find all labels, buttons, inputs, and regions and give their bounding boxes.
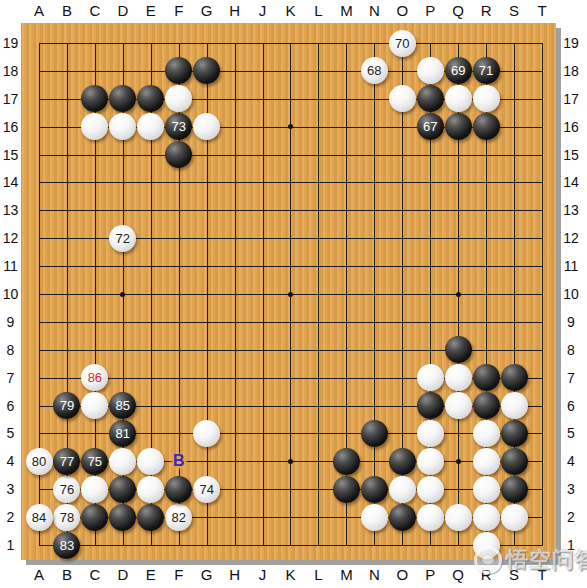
go-stone-white[interactable] <box>137 448 164 475</box>
row-label-left: 1 <box>0 536 21 554</box>
go-stone-black[interactable] <box>137 504 164 531</box>
move-number: 72 <box>116 232 130 245</box>
grid-horizontal-line <box>39 43 543 44</box>
go-stone-white[interactable] <box>361 504 388 531</box>
row-label-right: 1 <box>558 536 584 554</box>
row-label-left: 8 <box>0 341 21 359</box>
row-label-left: 5 <box>0 424 21 442</box>
column-label-top: N <box>360 2 388 20</box>
go-stone-white[interactable] <box>473 85 500 112</box>
star-point <box>288 459 293 464</box>
move-number: 84 <box>32 511 46 524</box>
row-label-right: 14 <box>558 173 584 191</box>
go-stone-white[interactable] <box>445 392 472 419</box>
row-label-left: 4 <box>0 452 21 470</box>
go-stone-black[interactable]: 67 <box>417 113 444 140</box>
star-point <box>456 292 461 297</box>
column-label-bottom: S <box>500 566 528 584</box>
go-stone-black[interactable] <box>501 476 528 503</box>
row-label-left: 3 <box>0 480 21 498</box>
move-number: 81 <box>116 427 130 440</box>
row-label-left: 11 <box>0 257 21 275</box>
grid-horizontal-line <box>39 155 543 156</box>
column-label-bottom: A <box>25 566 53 584</box>
move-number: 86 <box>88 371 102 384</box>
go-stone-white[interactable] <box>81 476 108 503</box>
star-point <box>288 292 293 297</box>
row-label-left: 10 <box>0 285 21 303</box>
row-label-left: 7 <box>0 369 21 387</box>
go-stone-white[interactable]: 68 <box>361 57 388 84</box>
go-stone-white[interactable] <box>417 420 444 447</box>
row-label-left: 2 <box>0 508 21 526</box>
grid-horizontal-line <box>39 182 543 183</box>
column-label-bottom: Q <box>444 566 472 584</box>
go-stone-white[interactable]: 76 <box>53 476 80 503</box>
go-stone-white[interactable] <box>417 476 444 503</box>
row-label-right: 3 <box>558 480 584 498</box>
column-label-bottom: H <box>221 566 249 584</box>
row-label-left: 18 <box>0 62 21 80</box>
column-label-bottom: K <box>276 566 304 584</box>
column-label-top: H <box>221 2 249 20</box>
column-label-top: D <box>109 2 137 20</box>
go-stone-white[interactable]: 78 <box>53 504 80 531</box>
move-number: 76 <box>60 483 74 496</box>
go-stone-white[interactable] <box>473 476 500 503</box>
go-stone-white[interactable]: 80 <box>26 448 53 475</box>
move-number: 69 <box>451 64 465 77</box>
go-stone-white[interactable] <box>109 448 136 475</box>
row-label-left: 9 <box>0 313 21 331</box>
go-stone-white[interactable] <box>417 364 444 391</box>
move-number: 73 <box>171 120 185 133</box>
row-label-right: 16 <box>558 118 584 136</box>
go-stone-black[interactable] <box>417 392 444 419</box>
star-point <box>456 459 461 464</box>
go-stone-black[interactable] <box>501 420 528 447</box>
row-label-right: 9 <box>558 313 584 331</box>
go-stone-black[interactable] <box>445 336 472 363</box>
go-stone-white[interactable] <box>473 420 500 447</box>
column-label-bottom: F <box>165 566 193 584</box>
go-stone-black[interactable] <box>501 364 528 391</box>
column-label-bottom: P <box>416 566 444 584</box>
go-stone-white[interactable] <box>501 504 528 531</box>
go-stone-black[interactable] <box>81 504 108 531</box>
go-stone-white[interactable]: 74 <box>193 476 220 503</box>
go-stone-white[interactable]: 72 <box>109 225 136 252</box>
go-stone-white[interactable] <box>501 392 528 419</box>
row-label-right: 7 <box>558 369 584 387</box>
grid-horizontal-line <box>39 210 543 211</box>
go-stone-black[interactable] <box>361 476 388 503</box>
grid-horizontal-line <box>39 322 543 323</box>
move-number: 74 <box>199 483 213 496</box>
move-number: 79 <box>60 399 74 412</box>
go-stone-black[interactable]: 69 <box>445 57 472 84</box>
column-label-top: E <box>137 2 165 20</box>
column-label-top: M <box>332 2 360 20</box>
go-stone-black[interactable] <box>361 420 388 447</box>
row-label-right: 19 <box>558 34 584 52</box>
row-label-right: 5 <box>558 424 584 442</box>
column-label-bottom: O <box>388 566 416 584</box>
row-label-right: 4 <box>558 452 584 470</box>
move-number: 67 <box>423 120 437 133</box>
star-point <box>120 292 125 297</box>
column-label-bottom: J <box>249 566 277 584</box>
move-number: 77 <box>60 455 74 468</box>
move-number: 82 <box>171 511 185 524</box>
row-label-right: 6 <box>558 397 584 415</box>
go-diagram: AABBCCDDEEFFGGHHJJKKLLMMNNOOPPQQRRSSTT19… <box>0 0 587 588</box>
go-stone-black[interactable] <box>417 85 444 112</box>
go-stone-white[interactable] <box>193 420 220 447</box>
go-stone-black[interactable] <box>333 476 360 503</box>
row-label-left: 16 <box>0 118 21 136</box>
go-stone-white[interactable]: 84 <box>26 504 53 531</box>
go-stone-white[interactable]: 82 <box>165 504 192 531</box>
row-label-left: 14 <box>0 173 21 191</box>
go-stone-black[interactable] <box>473 392 500 419</box>
column-label-top: J <box>249 2 277 20</box>
go-stone-white[interactable] <box>445 364 472 391</box>
column-label-top: L <box>304 2 332 20</box>
column-label-top: P <box>416 2 444 20</box>
column-label-top: F <box>165 2 193 20</box>
go-stone-white[interactable] <box>137 476 164 503</box>
go-stone-white[interactable] <box>417 448 444 475</box>
go-stone-black[interactable] <box>445 113 472 140</box>
row-label-left: 13 <box>0 201 21 219</box>
go-stone-black[interactable] <box>165 476 192 503</box>
grid-horizontal-line <box>39 545 543 546</box>
column-label-top: T <box>528 2 556 20</box>
column-label-top: A <box>25 2 53 20</box>
move-number: 78 <box>60 511 74 524</box>
column-label-bottom: M <box>332 566 360 584</box>
column-label-bottom: G <box>193 566 221 584</box>
go-stone-black[interactable] <box>389 504 416 531</box>
row-label-right: 8 <box>558 341 584 359</box>
row-label-right: 12 <box>558 229 584 247</box>
go-stone-black[interactable] <box>473 113 500 140</box>
column-label-bottom: E <box>137 566 165 584</box>
move-number: 68 <box>367 64 381 77</box>
go-stone-black[interactable] <box>333 448 360 475</box>
go-stone-white[interactable] <box>445 85 472 112</box>
row-label-left: 15 <box>0 146 21 164</box>
row-label-right: 10 <box>558 285 584 303</box>
go-stone-white[interactable] <box>445 504 472 531</box>
column-label-top: G <box>193 2 221 20</box>
column-label-bottom: D <box>109 566 137 584</box>
row-label-right: 18 <box>558 62 584 80</box>
go-stone-white[interactable] <box>473 504 500 531</box>
row-label-right: 11 <box>558 257 584 275</box>
column-label-bottom: L <box>304 566 332 584</box>
move-number: 83 <box>60 539 74 552</box>
row-label-right: 17 <box>558 90 584 108</box>
move-number: 75 <box>88 455 102 468</box>
column-label-bottom: T <box>528 566 556 584</box>
column-label-bottom: C <box>81 566 109 584</box>
column-label-top: O <box>388 2 416 20</box>
go-stone-black[interactable]: 83 <box>53 532 80 559</box>
go-stone-black[interactable] <box>501 448 528 475</box>
column-label-top: Q <box>444 2 472 20</box>
go-stone-black[interactable]: 71 <box>473 57 500 84</box>
go-stone-black[interactable] <box>389 448 416 475</box>
row-label-left: 6 <box>0 397 21 415</box>
column-label-bottom: R <box>472 566 500 584</box>
row-label-left: 12 <box>0 229 21 247</box>
column-label-top: S <box>500 2 528 20</box>
move-number: 80 <box>32 455 46 468</box>
column-label-top: B <box>53 2 81 20</box>
row-label-right: 2 <box>558 508 584 526</box>
go-stone-white[interactable]: 70 <box>389 30 416 57</box>
go-stone-white[interactable] <box>389 85 416 112</box>
go-stone-white[interactable] <box>417 504 444 531</box>
row-label-right: 15 <box>558 146 584 164</box>
column-label-bottom: B <box>53 566 81 584</box>
go-stone-white[interactable] <box>473 448 500 475</box>
column-label-bottom: N <box>360 566 388 584</box>
move-number: 85 <box>116 399 130 412</box>
move-number: 70 <box>395 37 409 50</box>
point-marker-label: B <box>170 452 188 470</box>
column-label-top: R <box>472 2 500 20</box>
go-stone-white[interactable] <box>417 57 444 84</box>
row-label-right: 13 <box>558 201 584 219</box>
go-stone-black[interactable] <box>473 364 500 391</box>
go-stone-white[interactable] <box>389 476 416 503</box>
row-label-left: 19 <box>0 34 21 52</box>
go-stone-black[interactable] <box>109 504 136 531</box>
grid-horizontal-line <box>39 266 543 267</box>
move-number: 71 <box>479 64 493 77</box>
row-label-left: 17 <box>0 90 21 108</box>
go-stone-white[interactable] <box>473 532 500 559</box>
column-label-top: C <box>81 2 109 20</box>
go-stone-black[interactable] <box>109 476 136 503</box>
column-label-top: K <box>276 2 304 20</box>
go-stone-black[interactable]: 75 <box>81 448 108 475</box>
